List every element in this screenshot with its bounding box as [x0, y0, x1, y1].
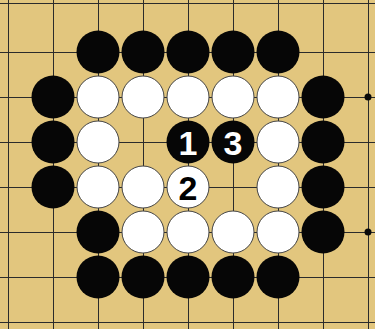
stone-black[interactable] — [32, 76, 75, 119]
stone-white[interactable] — [77, 166, 120, 209]
stone-white[interactable] — [77, 121, 120, 164]
stone-white[interactable] — [212, 76, 255, 119]
stone-black[interactable] — [77, 211, 120, 254]
stone-black[interactable] — [302, 211, 345, 254]
grid-line-vertical-8 — [368, 0, 369, 329]
stone-black[interactable] — [302, 166, 345, 209]
stone-white[interactable] — [257, 211, 300, 254]
stone-black[interactable] — [167, 31, 210, 74]
stone-white[interactable] — [257, 121, 300, 164]
stone-black[interactable] — [212, 31, 255, 74]
stone-black[interactable] — [77, 31, 120, 74]
stone-black[interactable] — [257, 256, 300, 299]
grid-line-vertical-1 — [53, 0, 54, 329]
stone-black[interactable] — [122, 256, 165, 299]
stone-white[interactable] — [122, 76, 165, 119]
stone-black[interactable] — [257, 31, 300, 74]
stone-black[interactable] — [212, 256, 255, 299]
stone-white[interactable] — [257, 166, 300, 209]
stone-white-move-2[interactable]: 2 — [167, 166, 210, 209]
stone-white[interactable] — [122, 166, 165, 209]
star-point-1 — [365, 229, 372, 236]
stone-black-move-1[interactable]: 1 — [167, 121, 210, 164]
stone-black[interactable] — [32, 166, 75, 209]
stone-white[interactable] — [257, 76, 300, 119]
stone-black[interactable] — [167, 256, 210, 299]
stone-black[interactable] — [77, 256, 120, 299]
stone-white[interactable] — [77, 76, 120, 119]
star-point-0 — [365, 94, 372, 101]
stone-black-move-3[interactable]: 3 — [212, 121, 255, 164]
go-board[interactable]: 132 — [0, 0, 375, 329]
stone-white[interactable] — [167, 211, 210, 254]
stone-white[interactable] — [167, 76, 210, 119]
stone-black[interactable] — [302, 76, 345, 119]
stone-black[interactable] — [302, 121, 345, 164]
stone-white[interactable] — [212, 211, 255, 254]
stone-black[interactable] — [122, 31, 165, 74]
grid-line-vertical-0 — [8, 0, 9, 329]
grid-line-vertical-7 — [323, 0, 324, 329]
stone-white[interactable] — [122, 211, 165, 254]
stone-black[interactable] — [32, 121, 75, 164]
